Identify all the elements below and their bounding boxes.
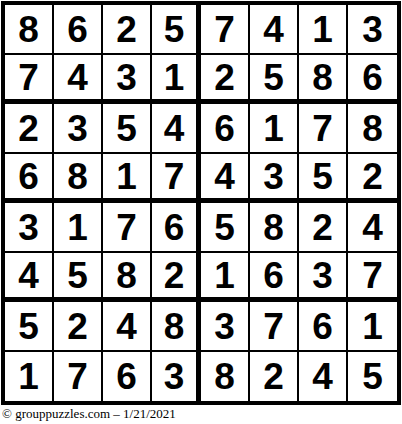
cell-r5c1: 3	[5, 203, 54, 253]
cell-r5c6: 8	[250, 203, 299, 253]
cell-digit: 4	[263, 10, 284, 48]
cell-digit: 3	[164, 357, 185, 395]
cell-r8c4: 3	[152, 352, 201, 402]
cell-digit: 3	[362, 10, 383, 48]
cell-digit: 6	[312, 307, 333, 345]
cell-r4c8: 2	[348, 154, 397, 204]
cell-r7c8: 1	[348, 302, 397, 352]
cell-r2c4: 1	[152, 55, 201, 105]
cell-digit: 5	[362, 357, 383, 395]
cell-r5c4: 6	[152, 203, 201, 253]
cell-digit: 2	[116, 10, 137, 48]
cell-digit: 4	[312, 357, 333, 395]
cell-digit: 6	[214, 109, 235, 147]
cell-digit: 1	[164, 58, 185, 96]
cell-digit: 1	[362, 307, 383, 345]
cell-digit: 7	[67, 357, 88, 395]
cell-r6c5: 1	[201, 253, 250, 303]
cell-digit: 5	[67, 256, 88, 294]
cell-r1c6: 4	[250, 5, 299, 55]
cell-digit: 3	[67, 109, 88, 147]
cell-digit: 2	[362, 157, 383, 195]
cell-digit: 1	[263, 109, 284, 147]
cell-digit: 5	[312, 157, 333, 195]
cell-digit: 4	[18, 256, 39, 294]
cell-digit: 6	[67, 10, 88, 48]
cell-r4c2: 8	[54, 154, 103, 204]
cell-r5c2: 1	[54, 203, 103, 253]
cell-r3c4: 4	[152, 104, 201, 154]
cell-digit: 1	[116, 157, 137, 195]
cell-digit: 8	[214, 357, 235, 395]
cell-r7c3: 4	[103, 302, 152, 352]
cell-r3c1: 2	[5, 104, 54, 154]
cell-r3c7: 7	[299, 104, 348, 154]
cell-digit: 7	[214, 10, 235, 48]
cell-r5c7: 2	[299, 203, 348, 253]
cell-r8c8: 5	[348, 352, 397, 402]
cell-r3c8: 8	[348, 104, 397, 154]
cell-r2c7: 8	[299, 55, 348, 105]
cell-digit: 7	[116, 208, 137, 246]
cell-digit: 8	[116, 256, 137, 294]
cell-digit: 4	[362, 208, 383, 246]
cell-r8c1: 1	[5, 352, 54, 402]
cell-r7c2: 2	[54, 302, 103, 352]
cell-digit: 1	[214, 256, 235, 294]
cell-digit: 6	[263, 256, 284, 294]
cell-digit: 2	[18, 109, 39, 147]
cell-r3c2: 3	[54, 104, 103, 154]
cell-digit: 8	[67, 157, 88, 195]
cell-r2c2: 4	[54, 55, 103, 105]
cell-digit: 2	[67, 307, 88, 345]
cell-r1c1: 8	[5, 5, 54, 55]
cell-digit: 5	[164, 10, 185, 48]
cell-r8c5: 8	[201, 352, 250, 402]
cell-r2c5: 2	[201, 55, 250, 105]
cell-digit: 8	[312, 58, 333, 96]
cell-digit: 1	[312, 10, 333, 48]
cell-digit: 5	[263, 58, 284, 96]
cell-digit: 5	[214, 208, 235, 246]
cell-r3c5: 6	[201, 104, 250, 154]
cell-digit: 6	[164, 208, 185, 246]
cell-digit: 3	[18, 208, 39, 246]
cell-r1c3: 2	[103, 5, 152, 55]
cell-r7c6: 7	[250, 302, 299, 352]
cell-r8c3: 6	[103, 352, 152, 402]
cell-digit: 6	[116, 357, 137, 395]
cell-digit: 3	[116, 58, 137, 96]
cell-r6c8: 7	[348, 253, 397, 303]
cell-digit: 8	[263, 208, 284, 246]
cell-digit: 4	[116, 307, 137, 345]
cell-r1c5: 7	[201, 5, 250, 55]
cell-r4c1: 6	[5, 154, 54, 204]
cell-digit: 8	[164, 307, 185, 345]
cell-digit: 3	[263, 157, 284, 195]
cell-r8c2: 7	[54, 352, 103, 402]
cell-r5c5: 5	[201, 203, 250, 253]
cell-digit: 2	[164, 256, 185, 294]
cell-r7c4: 8	[152, 302, 201, 352]
cell-digit: 2	[214, 58, 235, 96]
cell-digit: 6	[362, 58, 383, 96]
cell-digit: 6	[18, 157, 39, 195]
cell-r7c7: 6	[299, 302, 348, 352]
sudoku-page: 8625741374312586235461786817435231765824…	[0, 0, 402, 424]
cell-r7c1: 5	[5, 302, 54, 352]
cell-r5c3: 7	[103, 203, 152, 253]
cell-r6c2: 5	[54, 253, 103, 303]
cell-digit: 2	[312, 208, 333, 246]
cell-r6c1: 4	[5, 253, 54, 303]
cell-digit: 2	[263, 357, 284, 395]
cell-digit: 4	[214, 157, 235, 195]
cell-r1c8: 3	[348, 5, 397, 55]
cell-r8c7: 4	[299, 352, 348, 402]
cell-r1c4: 5	[152, 5, 201, 55]
cell-digit: 7	[18, 58, 39, 96]
cell-r6c3: 8	[103, 253, 152, 303]
cell-digit: 7	[263, 307, 284, 345]
cell-r2c8: 6	[348, 55, 397, 105]
cell-r6c7: 3	[299, 253, 348, 303]
cell-r1c2: 6	[54, 5, 103, 55]
cell-digit: 1	[67, 208, 88, 246]
cell-digit: 4	[67, 58, 88, 96]
cell-r5c8: 4	[348, 203, 397, 253]
cell-r4c3: 1	[103, 154, 152, 204]
cell-r4c4: 7	[152, 154, 201, 204]
cell-r2c3: 3	[103, 55, 152, 105]
cell-digit: 1	[18, 357, 39, 395]
cell-digit: 3	[312, 256, 333, 294]
cell-digit: 5	[116, 109, 137, 147]
cell-r6c4: 2	[152, 253, 201, 303]
cell-digit: 3	[214, 307, 235, 345]
cell-r2c1: 7	[5, 55, 54, 105]
cell-r3c3: 5	[103, 104, 152, 154]
cell-r4c7: 5	[299, 154, 348, 204]
cell-digit: 4	[164, 109, 185, 147]
cell-digit: 8	[18, 10, 39, 48]
copyright-credit: © grouppuzzles.com – 1/21/2021	[2, 406, 400, 422]
cell-digit: 7	[362, 256, 383, 294]
cell-digit: 7	[312, 109, 333, 147]
cell-r7c5: 3	[201, 302, 250, 352]
cell-digit: 7	[164, 157, 185, 195]
cell-r3c6: 1	[250, 104, 299, 154]
cell-r1c7: 1	[299, 5, 348, 55]
sudoku-board: 8625741374312586235461786817435231765824…	[1, 1, 401, 405]
cell-digit: 5	[18, 307, 39, 345]
cell-r2c6: 5	[250, 55, 299, 105]
cell-r4c6: 3	[250, 154, 299, 204]
cell-r8c6: 2	[250, 352, 299, 402]
cell-r4c5: 4	[201, 154, 250, 204]
cell-r6c6: 6	[250, 253, 299, 303]
cell-digit: 8	[362, 109, 383, 147]
